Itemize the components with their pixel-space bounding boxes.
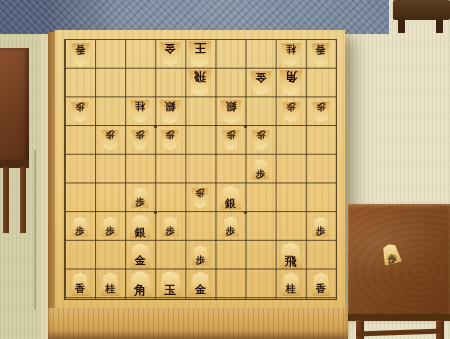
piece-kanji: 飛 xyxy=(194,71,206,83)
piece-kanji: 角 xyxy=(285,71,297,83)
piece-kanji: 金 xyxy=(195,284,206,295)
piece-kanji: 香 xyxy=(316,44,326,54)
piece-kanji: 銀 xyxy=(225,101,236,112)
piece-kanji: 歩 xyxy=(256,131,266,141)
piece-kanji: 香 xyxy=(75,44,85,54)
piece-kanji: 歩 xyxy=(105,131,115,141)
piece-kanji: 飛 xyxy=(285,255,297,267)
piece-kanji: 歩 xyxy=(196,255,206,265)
star-point xyxy=(154,125,157,128)
star-point xyxy=(244,211,247,214)
piece-kanji: 王 xyxy=(194,42,206,54)
piece-kanji: 歩 xyxy=(386,252,398,264)
piece-kanji: 香 xyxy=(75,284,85,294)
tatami-seam xyxy=(34,150,36,310)
board-front-face xyxy=(48,308,348,339)
left-komadai-leg xyxy=(20,167,26,233)
piece-kanji: 歩 xyxy=(286,103,296,113)
far-table-leg xyxy=(436,19,443,33)
piece-kanji: 角 xyxy=(134,284,146,296)
piece-kanji: 銀 xyxy=(225,198,236,209)
piece-kanji: 歩 xyxy=(316,226,326,236)
piece-kanji: 香 xyxy=(316,284,326,294)
left-komadai-leg xyxy=(3,167,9,233)
piece-kanji: 玉 xyxy=(164,284,176,296)
star-point xyxy=(154,211,157,214)
piece-kanji: 歩 xyxy=(136,197,146,207)
piece-kanji: 銀 xyxy=(135,227,146,238)
piece-kanji: 桂 xyxy=(286,44,296,54)
piece-kanji: 歩 xyxy=(105,226,115,236)
piece-kanji: 金 xyxy=(135,255,146,266)
far-table xyxy=(393,0,450,20)
piece-kanji: 桂 xyxy=(105,284,115,294)
piece-kanji: 歩 xyxy=(166,226,176,236)
piece-kanji: 歩 xyxy=(75,103,85,113)
blue-cushion-fabric xyxy=(0,0,389,34)
piece-kanji: 桂 xyxy=(135,101,145,111)
right-komadai-stretcher xyxy=(356,328,444,336)
piece-kanji: 歩 xyxy=(196,189,206,199)
piece-kanji: 桂 xyxy=(286,284,296,294)
piece-kanji: 歩 xyxy=(226,131,236,141)
piece-kanji: 歩 xyxy=(226,226,236,236)
piece-kanji: 歩 xyxy=(136,131,146,141)
piece-kanji: 金 xyxy=(165,43,176,54)
piece-kanji: 歩 xyxy=(316,103,326,113)
piece-kanji: 歩 xyxy=(256,169,266,179)
scene-shogi-photo: 香金王桂香飛金角歩桂銀銀歩歩歩歩歩歩歩歩歩歩銀歩歩銀歩歩歩金歩飛香桂角玉金桂香歩 xyxy=(0,0,450,339)
left-komadai xyxy=(0,48,29,162)
piece-kanji: 歩 xyxy=(75,226,85,236)
piece-kanji: 金 xyxy=(255,72,266,83)
far-table-leg xyxy=(398,19,405,33)
piece-kanji: 歩 xyxy=(166,131,176,141)
piece-kanji: 銀 xyxy=(165,101,176,112)
star-point xyxy=(244,125,247,128)
